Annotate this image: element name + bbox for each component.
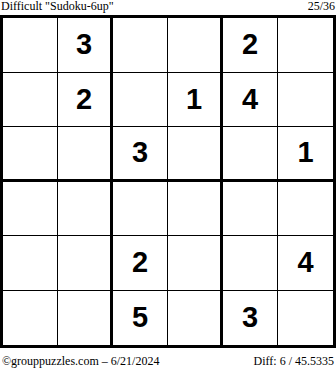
cell-r1c1[interactable] — [3, 18, 58, 73]
header: Difficult "Sudoku-6up" 25/36 — [1, 0, 335, 15]
cell-r3c1[interactable] — [3, 127, 58, 182]
puzzle-title: Difficult "Sudoku-6up" — [1, 0, 114, 13]
cell-r5c3[interactable]: 2 — [113, 236, 168, 291]
cell-r4c1[interactable] — [3, 182, 58, 237]
cell-r6c6[interactable] — [278, 291, 333, 346]
footer: ©grouppuzzles.com – 6/21/2024 Diff: 6 / … — [2, 353, 334, 368]
copyright-date: ©grouppuzzles.com – 6/21/2024 — [2, 355, 159, 368]
cell-r6c3[interactable]: 5 — [113, 291, 168, 346]
cell-r1c4[interactable] — [168, 18, 223, 73]
cell-r4c6[interactable] — [278, 182, 333, 237]
cell-r3c5[interactable] — [223, 127, 278, 182]
cell-r5c1[interactable] — [3, 236, 58, 291]
cell-r4c4[interactable] — [168, 182, 223, 237]
cell-r3c4[interactable] — [168, 127, 223, 182]
puzzle-page: Difficult "Sudoku-6up" 25/36 32214312453… — [0, 0, 336, 370]
cell-r5c6[interactable]: 4 — [278, 236, 333, 291]
cell-r2c4[interactable]: 1 — [168, 73, 223, 128]
cell-r1c5[interactable]: 2 — [223, 18, 278, 73]
cell-r5c5[interactable] — [223, 236, 278, 291]
difficulty-rating: Diff: 6 / 45.5335 — [254, 355, 334, 368]
cell-r1c3[interactable] — [113, 18, 168, 73]
cell-r3c3[interactable]: 3 — [113, 127, 168, 182]
cell-r4c3[interactable] — [113, 182, 168, 237]
cell-r5c4[interactable] — [168, 236, 223, 291]
cell-r6c4[interactable] — [168, 291, 223, 346]
cell-r2c2[interactable]: 2 — [58, 73, 113, 128]
cell-r5c2[interactable] — [58, 236, 113, 291]
cell-r2c6[interactable] — [278, 73, 333, 128]
cell-r1c6[interactable] — [278, 18, 333, 73]
cell-r3c2[interactable] — [58, 127, 113, 182]
cell-r6c1[interactable] — [3, 291, 58, 346]
cell-r2c5[interactable]: 4 — [223, 73, 278, 128]
cell-r6c2[interactable] — [58, 291, 113, 346]
cell-r4c5[interactable] — [223, 182, 278, 237]
cell-r2c1[interactable] — [3, 73, 58, 128]
empty-cells-counter: 25/36 — [308, 0, 335, 13]
cell-r3c6[interactable]: 1 — [278, 127, 333, 182]
cell-r4c2[interactable] — [58, 182, 113, 237]
cell-r2c3[interactable] — [113, 73, 168, 128]
sudoku-grid: 32214312453 — [0, 15, 336, 348]
cell-r1c2[interactable]: 3 — [58, 18, 113, 73]
cell-r6c5[interactable]: 3 — [223, 291, 278, 346]
